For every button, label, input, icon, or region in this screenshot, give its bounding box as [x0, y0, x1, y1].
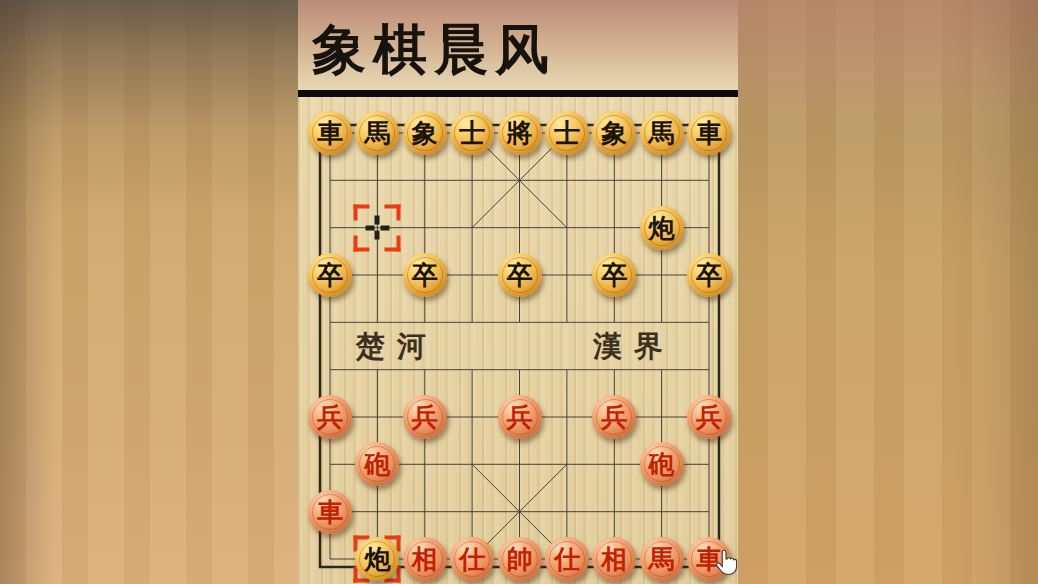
piece-red-r6c0[interactable]: 兵 [308, 395, 352, 439]
piece-black-r0c6[interactable]: 象 [592, 111, 636, 155]
piece-red-r6c6[interactable]: 兵 [592, 395, 636, 439]
piece-red-r9c7[interactable]: 馬 [640, 537, 684, 581]
piece-black-r0c3[interactable]: 士 [450, 111, 494, 155]
piece-black-r9c1[interactable]: 炮 [355, 537, 399, 581]
piece-black-r3c0[interactable]: 卒 [308, 253, 352, 297]
piece-black-r3c8[interactable]: 卒 [687, 253, 731, 297]
piece-black-r0c0[interactable]: 車 [308, 111, 352, 155]
screen: 象棋晨风 [0, 0, 1038, 584]
hand-pointer-cursor-icon [711, 549, 738, 583]
piece-red-r7c1[interactable]: 砲 [355, 442, 399, 486]
piece-black-r3c2[interactable]: 卒 [403, 253, 447, 297]
piece-red-r8c0[interactable]: 車 [308, 490, 352, 534]
piece-red-r9c2[interactable]: 相 [403, 537, 447, 581]
piece-black-r3c6[interactable]: 卒 [592, 253, 636, 297]
piece-black-r0c4[interactable]: 將 [498, 111, 542, 155]
piece-red-r6c4[interactable]: 兵 [498, 395, 542, 439]
piece-red-r9c6[interactable]: 相 [592, 537, 636, 581]
last-move-origin-marker [354, 204, 401, 251]
title-divider [298, 90, 738, 97]
piece-black-r0c8[interactable]: 車 [687, 111, 731, 155]
piece-black-r3c4[interactable]: 卒 [498, 253, 542, 297]
piece-red-r6c2[interactable]: 兵 [403, 395, 447, 439]
piece-black-r2c7[interactable]: 炮 [640, 206, 684, 250]
piece-black-r0c1[interactable]: 馬 [355, 111, 399, 155]
title-bar: 象棋晨风 [298, 0, 738, 90]
piece-red-r7c7[interactable]: 砲 [640, 442, 684, 486]
river-label-han-jie: 漢界 [593, 327, 675, 367]
blurred-background-right [738, 0, 1038, 584]
piece-red-r9c5[interactable]: 仕 [545, 537, 589, 581]
xiangqi-board[interactable]: 楚河 漢界 車馬象士將士象馬車炮卒卒卒卒卒兵兵兵兵兵砲砲車炮相仕帥仕相馬車 [298, 97, 738, 584]
app-title: 象棋晨风 [298, 4, 556, 87]
game-panel: 象棋晨风 [298, 0, 738, 584]
blurred-background-left [0, 0, 299, 584]
piece-black-r0c7[interactable]: 馬 [640, 111, 684, 155]
piece-black-r0c5[interactable]: 士 [545, 111, 589, 155]
piece-red-r9c4[interactable]: 帥 [498, 537, 542, 581]
piece-red-r6c8[interactable]: 兵 [687, 395, 731, 439]
river-label-chu-he: 楚河 [356, 327, 438, 367]
piece-red-r9c3[interactable]: 仕 [450, 537, 494, 581]
piece-black-r0c2[interactable]: 象 [403, 111, 447, 155]
